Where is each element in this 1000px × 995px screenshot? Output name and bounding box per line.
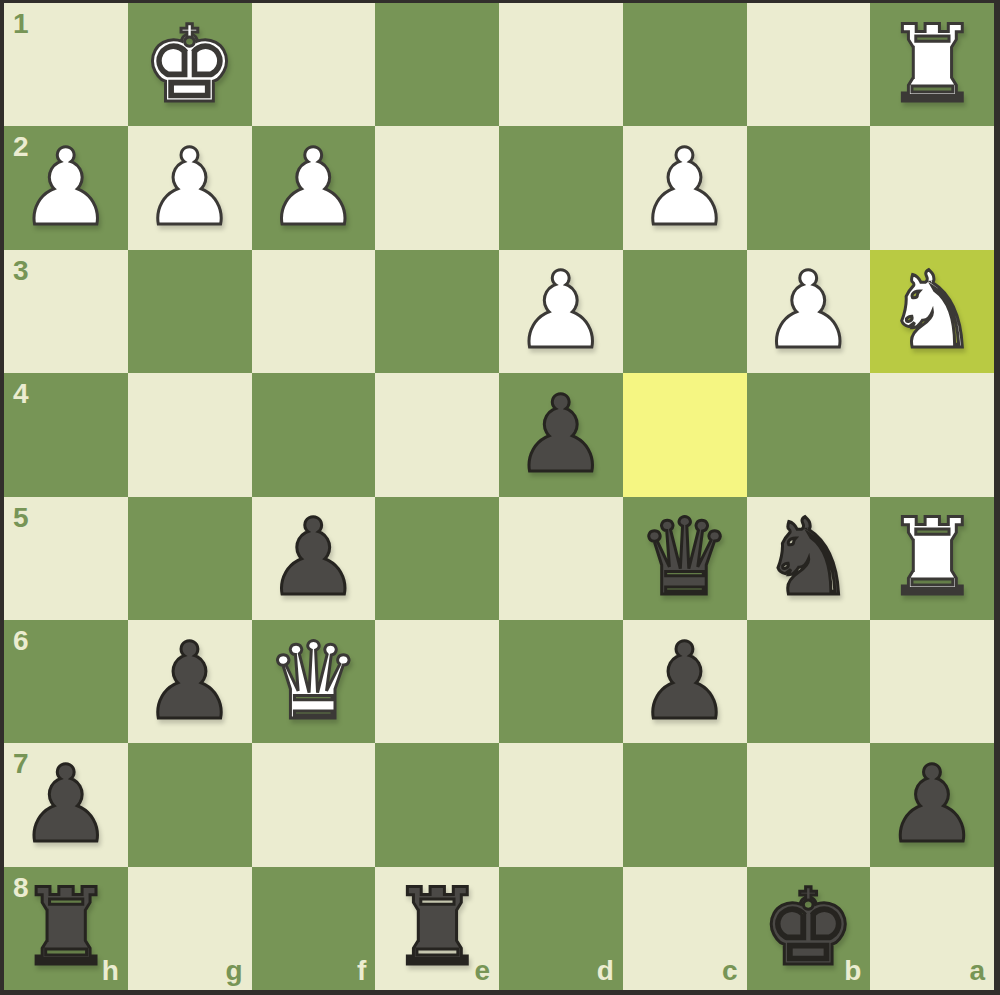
square-h3[interactable]: 3 [4,250,128,373]
white-pawn-b3[interactable]: ♟ [761,258,856,364]
square-c3[interactable] [623,250,747,373]
square-e5[interactable] [375,497,499,620]
square-b5[interactable]: ♞ [747,497,871,620]
square-g4[interactable] [128,373,252,496]
square-b7[interactable] [747,743,871,866]
square-h8[interactable]: 8h♜ [4,867,128,990]
square-c1[interactable] [623,3,747,126]
square-a2[interactable] [870,126,994,249]
square-h5[interactable]: 5 [4,497,128,620]
square-c6[interactable]: ♟ [623,620,747,743]
rank-label-4: 4 [13,380,29,408]
square-f8[interactable]: f [252,867,376,990]
rank-label-5: 5 [13,504,29,532]
black-king-b8[interactable]: ♚ [761,875,856,981]
square-g2[interactable]: ♟ [128,126,252,249]
chess-board: 1♚♜2♟♟♟♟3♟♟♞4♟5♟♛♞♜6♟♛♟7♟♟8h♜gfe♜dcb♚a [4,3,994,990]
black-queen-c5[interactable]: ♛ [637,505,732,611]
white-pawn-g2[interactable]: ♟ [142,135,237,241]
square-e7[interactable] [375,743,499,866]
square-f4[interactable] [252,373,376,496]
square-g5[interactable] [128,497,252,620]
square-b3[interactable]: ♟ [747,250,871,373]
square-d1[interactable] [499,3,623,126]
square-b4[interactable] [747,373,871,496]
square-f2[interactable]: ♟ [252,126,376,249]
square-h2[interactable]: 2♟ [4,126,128,249]
square-g1[interactable]: ♚ [128,3,252,126]
black-rook-e8[interactable]: ♜ [390,875,485,981]
square-g6[interactable]: ♟ [128,620,252,743]
black-pawn-a7[interactable]: ♟ [885,752,980,858]
square-b8[interactable]: b♚ [747,867,871,990]
square-d7[interactable] [499,743,623,866]
file-label-d: d [597,957,614,985]
square-e4[interactable] [375,373,499,496]
file-label-a: a [969,957,985,985]
square-c7[interactable] [623,743,747,866]
square-f5[interactable]: ♟ [252,497,376,620]
square-c2[interactable]: ♟ [623,126,747,249]
white-pawn-f2[interactable]: ♟ [266,135,361,241]
black-rook-h8[interactable]: ♜ [18,875,113,981]
square-d3[interactable]: ♟ [499,250,623,373]
white-rook-a1[interactable]: ♜ [885,12,980,118]
square-e8[interactable]: e♜ [375,867,499,990]
square-a4[interactable] [870,373,994,496]
square-a7[interactable]: ♟ [870,743,994,866]
square-f1[interactable] [252,3,376,126]
square-f3[interactable] [252,250,376,373]
square-h6[interactable]: 6 [4,620,128,743]
square-g3[interactable] [128,250,252,373]
square-h1[interactable]: 1 [4,3,128,126]
square-a8[interactable]: a [870,867,994,990]
square-a5[interactable]: ♜ [870,497,994,620]
square-h7[interactable]: 7♟ [4,743,128,866]
square-e6[interactable] [375,620,499,743]
square-d4[interactable]: ♟ [499,373,623,496]
square-a3[interactable]: ♞ [870,250,994,373]
square-a1[interactable]: ♜ [870,3,994,126]
rank-label-1: 1 [13,10,29,38]
square-d8[interactable]: d [499,867,623,990]
square-b1[interactable] [747,3,871,126]
square-c5[interactable]: ♛ [623,497,747,620]
square-b2[interactable] [747,126,871,249]
square-e3[interactable] [375,250,499,373]
black-pawn-d4[interactable]: ♟ [513,382,608,488]
black-pawn-c6[interactable]: ♟ [637,629,732,735]
black-knight-b5[interactable]: ♞ [761,505,856,611]
square-b6[interactable] [747,620,871,743]
black-pawn-g6[interactable]: ♟ [142,629,237,735]
white-queen-f6[interactable]: ♛ [266,629,361,735]
square-a6[interactable] [870,620,994,743]
square-c4[interactable] [623,373,747,496]
black-pawn-h7[interactable]: ♟ [18,752,113,858]
square-h4[interactable]: 4 [4,373,128,496]
square-g8[interactable]: g [128,867,252,990]
square-f6[interactable]: ♛ [252,620,376,743]
square-c8[interactable]: c [623,867,747,990]
rank-label-6: 6 [13,627,29,655]
square-g7[interactable] [128,743,252,866]
white-rook-a5[interactable]: ♜ [885,505,980,611]
white-pawn-c2[interactable]: ♟ [637,135,732,241]
white-knight-a3[interactable]: ♞ [885,258,980,364]
rank-label-3: 3 [13,257,29,285]
square-d5[interactable] [499,497,623,620]
square-d2[interactable] [499,126,623,249]
white-pawn-h2[interactable]: ♟ [18,135,113,241]
square-f7[interactable] [252,743,376,866]
file-label-c: c [722,957,738,985]
file-label-f: f [357,957,366,985]
file-label-g: g [225,957,242,985]
square-d6[interactable] [499,620,623,743]
square-e1[interactable] [375,3,499,126]
square-e2[interactable] [375,126,499,249]
white-king-g1[interactable]: ♚ [142,12,237,118]
white-pawn-d3[interactable]: ♟ [513,258,608,364]
black-pawn-f5[interactable]: ♟ [266,505,361,611]
